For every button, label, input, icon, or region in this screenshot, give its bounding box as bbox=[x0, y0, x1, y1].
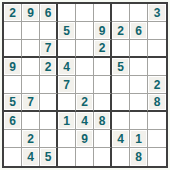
cell-r1c3: 6 bbox=[40, 4, 58, 22]
cell-r2c2[interactable] bbox=[22, 22, 40, 40]
cell-r9c4[interactable] bbox=[58, 148, 76, 166]
cell-r6c4[interactable] bbox=[58, 94, 76, 112]
cell-r4c6[interactable] bbox=[94, 58, 112, 76]
cell-r9c1[interactable] bbox=[4, 148, 22, 166]
cell-r1c9: 3 bbox=[148, 4, 166, 22]
cell-r5c9: 2 bbox=[148, 76, 166, 94]
cell-r6c6[interactable] bbox=[94, 94, 112, 112]
cell-r8c7: 4 bbox=[112, 130, 130, 148]
cell-r3c1[interactable] bbox=[4, 40, 22, 58]
cell-r3c8[interactable] bbox=[130, 40, 148, 58]
cell-r7c8[interactable] bbox=[130, 112, 148, 130]
cell-r1c7[interactable] bbox=[112, 4, 130, 22]
cell-r3c2[interactable] bbox=[22, 40, 40, 58]
cell-r1c1: 2 bbox=[4, 4, 22, 22]
cell-r8c5: 9 bbox=[76, 130, 94, 148]
cell-r5c3[interactable] bbox=[40, 76, 58, 94]
cell-r9c5[interactable] bbox=[76, 148, 94, 166]
cell-r9c3: 5 bbox=[40, 148, 58, 166]
cell-r2c9[interactable] bbox=[148, 22, 166, 40]
cell-r8c8: 1 bbox=[130, 130, 148, 148]
cell-r2c8: 6 bbox=[130, 22, 148, 40]
cell-r5c5[interactable] bbox=[76, 76, 94, 94]
cell-r7c9[interactable] bbox=[148, 112, 166, 130]
cell-r2c7: 2 bbox=[112, 22, 130, 40]
cell-r4c4: 4 bbox=[58, 58, 76, 76]
cell-r6c2: 7 bbox=[22, 94, 40, 112]
cell-r1c2: 9 bbox=[22, 4, 40, 22]
cell-r8c4[interactable] bbox=[58, 130, 76, 148]
cell-r3c6: 2 bbox=[94, 40, 112, 58]
cell-r8c9[interactable] bbox=[148, 130, 166, 148]
cell-r2c4: 5 bbox=[58, 22, 76, 40]
cell-r2c1[interactable] bbox=[4, 22, 22, 40]
cell-r3c9[interactable] bbox=[148, 40, 166, 58]
cell-r9c7[interactable] bbox=[112, 148, 130, 166]
cell-r4c9[interactable] bbox=[148, 58, 166, 76]
cell-r9c6[interactable] bbox=[94, 148, 112, 166]
cell-r9c9[interactable] bbox=[148, 148, 166, 166]
cell-r7c6: 8 bbox=[94, 112, 112, 130]
cell-r7c7[interactable] bbox=[112, 112, 130, 130]
cell-r6c5: 2 bbox=[76, 94, 94, 112]
cell-r1c8[interactable] bbox=[130, 4, 148, 22]
cell-r5c1[interactable] bbox=[4, 76, 22, 94]
cell-r5c7[interactable] bbox=[112, 76, 130, 94]
cell-r3c7[interactable] bbox=[112, 40, 130, 58]
cell-r5c6[interactable] bbox=[94, 76, 112, 94]
cell-r5c8[interactable] bbox=[130, 76, 148, 94]
cell-r6c3[interactable] bbox=[40, 94, 58, 112]
cell-r6c7[interactable] bbox=[112, 94, 130, 112]
cell-r4c3: 2 bbox=[40, 58, 58, 76]
sudoku-page: 2963592672924572572861482941458 bbox=[0, 0, 170, 170]
cell-r2c6: 9 bbox=[94, 22, 112, 40]
cell-r3c4[interactable] bbox=[58, 40, 76, 58]
cell-r8c6[interactable] bbox=[94, 130, 112, 148]
cell-r4c7: 5 bbox=[112, 58, 130, 76]
cell-r2c5[interactable] bbox=[76, 22, 94, 40]
cell-r6c8[interactable] bbox=[130, 94, 148, 112]
cell-r8c1[interactable] bbox=[4, 130, 22, 148]
cell-r3c5[interactable] bbox=[76, 40, 94, 58]
cell-r4c2[interactable] bbox=[22, 58, 40, 76]
cell-r6c1: 5 bbox=[4, 94, 22, 112]
cell-r2c3[interactable] bbox=[40, 22, 58, 40]
cell-r8c3[interactable] bbox=[40, 130, 58, 148]
cell-r1c5[interactable] bbox=[76, 4, 94, 22]
cell-r9c2: 4 bbox=[22, 148, 40, 166]
cell-r4c5[interactable] bbox=[76, 58, 94, 76]
sudoku-board: 2963592672924572572861482941458 bbox=[2, 2, 168, 168]
cell-r3c3: 7 bbox=[40, 40, 58, 58]
cell-r1c4[interactable] bbox=[58, 4, 76, 22]
cell-r4c8[interactable] bbox=[130, 58, 148, 76]
cell-r1c6[interactable] bbox=[94, 4, 112, 22]
cell-r7c5: 4 bbox=[76, 112, 94, 130]
cell-r8c2: 2 bbox=[22, 130, 40, 148]
cell-r6c9: 8 bbox=[148, 94, 166, 112]
cell-r9c8: 8 bbox=[130, 148, 148, 166]
cell-r7c2[interactable] bbox=[22, 112, 40, 130]
cell-r7c4: 1 bbox=[58, 112, 76, 130]
cell-r7c3[interactable] bbox=[40, 112, 58, 130]
cell-r4c1: 9 bbox=[4, 58, 22, 76]
cell-r7c1: 6 bbox=[4, 112, 22, 130]
cell-r5c4: 7 bbox=[58, 76, 76, 94]
cell-r5c2[interactable] bbox=[22, 76, 40, 94]
